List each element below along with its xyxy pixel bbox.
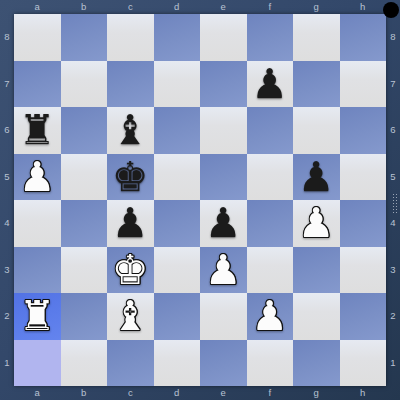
square-e1[interactable] [200,340,247,387]
square-d4[interactable] [154,200,201,247]
rank-label-7-right: 7 [386,61,400,108]
file-label-b-top: b [61,0,108,14]
rank-label-3-left: 3 [0,247,14,294]
square-h1[interactable] [340,340,387,387]
square-e8[interactable] [200,14,247,61]
piece-black-pawn-c4[interactable]: ♟ [112,200,149,247]
rank-label-1-right: 1 [386,340,400,387]
square-a7[interactable] [14,61,61,108]
square-f7[interactable]: ♟ [247,61,294,108]
square-g2[interactable] [293,293,340,340]
rank-label-2-left: 2 [0,293,14,340]
square-d8[interactable] [154,14,201,61]
square-c3[interactable]: ♚ [107,247,154,294]
square-f1[interactable] [247,340,294,387]
rank-label-7-left: 7 [0,61,14,108]
file-label-d-bottom: d [154,386,201,400]
square-c1[interactable] [107,340,154,387]
piece-black-king-c5[interactable]: ♚ [112,154,149,201]
file-label-g-bottom: g [293,386,340,400]
square-b8[interactable] [61,14,108,61]
rank-label-2-right: 2 [386,293,400,340]
piece-white-rook-a2[interactable]: ♜ [19,293,56,340]
square-g3[interactable] [293,247,340,294]
square-b1[interactable] [61,340,108,387]
square-g8[interactable] [293,14,340,61]
square-f4[interactable] [247,200,294,247]
piece-black-pawn-g5[interactable]: ♟ [298,154,335,201]
piece-white-pawn-g4[interactable]: ♟ [298,200,335,247]
square-c4[interactable]: ♟ [107,200,154,247]
square-a3[interactable] [14,247,61,294]
chess-board[interactable]: ♟♜♝♟♚♟♟♟♟♚♟♜♝♟ [14,14,386,386]
rank-label-6-left: 6 [0,107,14,154]
square-g1[interactable] [293,340,340,387]
board-resize-handle[interactable] [392,193,399,214]
square-f2[interactable]: ♟ [247,293,294,340]
rank-label-5-left: 5 [0,154,14,201]
file-label-h-bottom: h [340,386,387,400]
file-label-e-top: e [200,0,247,14]
file-label-d-top: d [154,0,201,14]
square-g5[interactable]: ♟ [293,154,340,201]
rank-label-4-left: 4 [0,200,14,247]
square-b6[interactable] [61,107,108,154]
piece-white-pawn-f2[interactable]: ♟ [251,293,288,340]
square-c5[interactable]: ♚ [107,154,154,201]
square-b5[interactable] [61,154,108,201]
piece-white-king-c3[interactable]: ♚ [112,247,149,294]
square-f5[interactable] [247,154,294,201]
square-g6[interactable] [293,107,340,154]
file-label-e-bottom: e [200,386,247,400]
square-b7[interactable] [61,61,108,108]
square-e6[interactable] [200,107,247,154]
square-a5[interactable]: ♟ [14,154,61,201]
piece-black-pawn-f7[interactable]: ♟ [251,61,288,108]
black-to-move-indicator [383,2,399,18]
square-e4[interactable]: ♟ [200,200,247,247]
rank-label-8-right: 8 [386,14,400,61]
square-b2[interactable] [61,293,108,340]
square-a8[interactable] [14,14,61,61]
square-b3[interactable] [61,247,108,294]
square-a1[interactable] [14,340,61,387]
file-label-a-top: a [14,0,61,14]
square-c6[interactable]: ♝ [107,107,154,154]
square-e2[interactable] [200,293,247,340]
square-f3[interactable] [247,247,294,294]
square-g4[interactable]: ♟ [293,200,340,247]
square-e7[interactable] [200,61,247,108]
square-h5[interactable] [340,154,387,201]
piece-white-bishop-c2[interactable]: ♝ [112,293,149,340]
square-d5[interactable] [154,154,201,201]
piece-black-rook-a6[interactable]: ♜ [19,107,56,154]
file-label-c-top: c [107,0,154,14]
square-h8[interactable] [340,14,387,61]
square-a6[interactable]: ♜ [14,107,61,154]
square-c8[interactable] [107,14,154,61]
square-d2[interactable] [154,293,201,340]
square-h4[interactable] [340,200,387,247]
piece-black-pawn-e4[interactable]: ♟ [205,200,242,247]
piece-black-bishop-c6[interactable]: ♝ [112,107,149,154]
square-e5[interactable] [200,154,247,201]
square-h2[interactable] [340,293,387,340]
file-label-c-bottom: c [107,386,154,400]
file-label-h-top: h [340,0,387,14]
square-f6[interactable] [247,107,294,154]
square-d6[interactable] [154,107,201,154]
square-d7[interactable] [154,61,201,108]
square-c7[interactable] [107,61,154,108]
file-label-f-top: f [247,0,294,14]
rank-label-1-left: 1 [0,340,14,387]
rank-label-8-left: 8 [0,14,14,61]
rank-label-6-right: 6 [386,107,400,154]
square-d3[interactable] [154,247,201,294]
square-h6[interactable] [340,107,387,154]
square-a4[interactable] [14,200,61,247]
piece-white-pawn-a5[interactable]: ♟ [19,154,56,201]
square-g7[interactable] [293,61,340,108]
file-label-b-bottom: b [61,386,108,400]
square-c2[interactable]: ♝ [107,293,154,340]
rank-label-3-right: 3 [386,247,400,294]
file-label-a-bottom: a [14,386,61,400]
square-a2[interactable]: ♜ [14,293,61,340]
chess-board-frame: aabbccddeeffgghh8877665544332211 ♟♜♝♟♚♟♟… [0,0,400,400]
file-label-g-top: g [293,0,340,14]
piece-white-pawn-e3[interactable]: ♟ [205,247,242,294]
square-e3[interactable]: ♟ [200,247,247,294]
square-d1[interactable] [154,340,201,387]
square-h7[interactable] [340,61,387,108]
file-label-f-bottom: f [247,386,294,400]
square-h3[interactable] [340,247,387,294]
square-f8[interactable] [247,14,294,61]
square-b4[interactable] [61,200,108,247]
